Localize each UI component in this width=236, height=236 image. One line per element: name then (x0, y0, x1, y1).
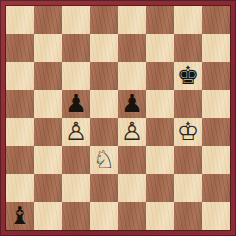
square-b3[interactable] (34, 146, 62, 174)
square-c8[interactable] (62, 6, 90, 34)
square-d1[interactable] (90, 202, 118, 230)
square-a1[interactable]: ♝ (6, 202, 34, 230)
square-h2[interactable] (202, 174, 230, 202)
square-e3[interactable] (118, 146, 146, 174)
square-e2[interactable] (118, 174, 146, 202)
piece-black-pawn[interactable]: ♟ (121, 90, 143, 118)
square-d5[interactable] (90, 90, 118, 118)
square-d6[interactable] (90, 62, 118, 90)
square-e5[interactable]: ♟ (118, 90, 146, 118)
square-f5[interactable] (146, 90, 174, 118)
square-h3[interactable] (202, 146, 230, 174)
square-d4[interactable] (90, 118, 118, 146)
square-f8[interactable] (146, 6, 174, 34)
square-b1[interactable] (34, 202, 62, 230)
chess-board: ♚♟♟♙♙♔♘♝ (6, 6, 230, 230)
square-a3[interactable] (6, 146, 34, 174)
chess-board-frame: ♚♟♟♙♙♔♘♝ (0, 0, 236, 236)
square-g3[interactable] (174, 146, 202, 174)
square-a7[interactable] (6, 34, 34, 62)
square-a4[interactable] (6, 118, 34, 146)
square-f6[interactable] (146, 62, 174, 90)
square-b5[interactable] (34, 90, 62, 118)
square-b6[interactable] (34, 62, 62, 90)
square-c4[interactable]: ♙ (62, 118, 90, 146)
square-h8[interactable] (202, 6, 230, 34)
square-c7[interactable] (62, 34, 90, 62)
piece-white-pawn[interactable]: ♙ (65, 118, 87, 146)
square-e7[interactable] (118, 34, 146, 62)
square-h6[interactable] (202, 62, 230, 90)
piece-black-king[interactable]: ♚ (177, 62, 199, 90)
square-f7[interactable] (146, 34, 174, 62)
square-d8[interactable] (90, 6, 118, 34)
square-b2[interactable] (34, 174, 62, 202)
square-d7[interactable] (90, 34, 118, 62)
square-h5[interactable] (202, 90, 230, 118)
square-g6[interactable]: ♚ (174, 62, 202, 90)
square-g5[interactable] (174, 90, 202, 118)
square-e6[interactable] (118, 62, 146, 90)
square-c6[interactable] (62, 62, 90, 90)
square-g1[interactable] (174, 202, 202, 230)
square-f3[interactable] (146, 146, 174, 174)
square-c3[interactable] (62, 146, 90, 174)
square-f4[interactable] (146, 118, 174, 146)
square-h1[interactable] (202, 202, 230, 230)
square-b7[interactable] (34, 34, 62, 62)
square-e1[interactable] (118, 202, 146, 230)
square-d2[interactable] (90, 174, 118, 202)
square-c2[interactable] (62, 174, 90, 202)
square-a8[interactable] (6, 6, 34, 34)
piece-white-knight[interactable]: ♘ (93, 146, 115, 174)
square-f1[interactable] (146, 202, 174, 230)
square-c5[interactable]: ♟ (62, 90, 90, 118)
square-b4[interactable] (34, 118, 62, 146)
square-b8[interactable] (34, 6, 62, 34)
square-e4[interactable]: ♙ (118, 118, 146, 146)
square-a5[interactable] (6, 90, 34, 118)
square-h4[interactable] (202, 118, 230, 146)
square-d3[interactable]: ♘ (90, 146, 118, 174)
square-a2[interactable] (6, 174, 34, 202)
square-a6[interactable] (6, 62, 34, 90)
piece-black-pawn[interactable]: ♟ (65, 90, 87, 118)
piece-white-pawn[interactable]: ♙ (121, 118, 143, 146)
piece-black-bishop[interactable]: ♝ (9, 202, 31, 230)
square-h7[interactable] (202, 34, 230, 62)
square-g4[interactable]: ♔ (174, 118, 202, 146)
square-g8[interactable] (174, 6, 202, 34)
square-c1[interactable] (62, 202, 90, 230)
square-f2[interactable] (146, 174, 174, 202)
square-g7[interactable] (174, 34, 202, 62)
piece-white-king[interactable]: ♔ (177, 118, 199, 146)
square-g2[interactable] (174, 174, 202, 202)
square-e8[interactable] (118, 6, 146, 34)
